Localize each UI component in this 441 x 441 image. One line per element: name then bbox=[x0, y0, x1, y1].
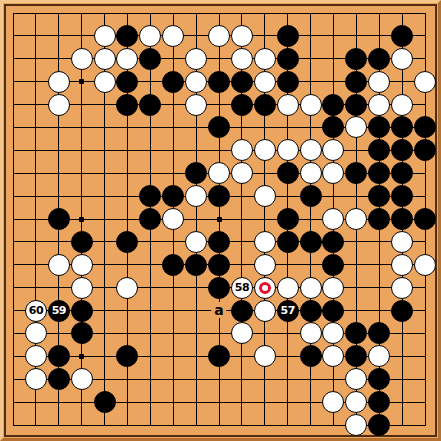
stone-white bbox=[254, 71, 276, 93]
stone-white: 58 bbox=[231, 277, 253, 299]
stone-black bbox=[368, 139, 390, 161]
stone-white bbox=[391, 277, 413, 299]
grid-line-v bbox=[219, 13, 220, 426]
stone-black bbox=[162, 185, 184, 207]
grid-line-h bbox=[13, 81, 426, 82]
stone-white bbox=[345, 391, 367, 413]
stone-white bbox=[391, 94, 413, 116]
grid-line-h bbox=[13, 104, 426, 105]
stone-white bbox=[94, 25, 116, 47]
grid-line-v bbox=[264, 13, 265, 426]
stone-white bbox=[322, 208, 344, 230]
stone-white bbox=[391, 231, 413, 253]
stone-black bbox=[368, 48, 390, 70]
stone-black bbox=[208, 345, 230, 367]
stone-black bbox=[345, 322, 367, 344]
stone-white bbox=[231, 139, 253, 161]
stone-white bbox=[162, 208, 184, 230]
stone-white bbox=[48, 94, 70, 116]
stone-black bbox=[368, 322, 390, 344]
stone-white bbox=[94, 48, 116, 70]
grid-line-v bbox=[13, 13, 14, 426]
move-number-label: 59 bbox=[52, 305, 66, 316]
stone-black bbox=[322, 254, 344, 276]
stone-white bbox=[345, 116, 367, 138]
stone-black bbox=[277, 162, 299, 184]
stone-white bbox=[71, 368, 93, 390]
stone-black bbox=[231, 300, 253, 322]
stone-black bbox=[391, 185, 413, 207]
stone-white bbox=[277, 94, 299, 116]
stone-white bbox=[162, 25, 184, 47]
stone-white bbox=[25, 322, 47, 344]
stone-white bbox=[300, 162, 322, 184]
grid-line-h bbox=[13, 287, 426, 288]
stone-black bbox=[345, 71, 367, 93]
star-point bbox=[354, 354, 359, 359]
stone-black bbox=[208, 231, 230, 253]
stone-white bbox=[300, 277, 322, 299]
stone-black bbox=[162, 254, 184, 276]
stone-black bbox=[345, 94, 367, 116]
stone-black bbox=[208, 185, 230, 207]
star-point bbox=[79, 217, 84, 222]
grid-line-v bbox=[425, 13, 426, 426]
stone-black bbox=[162, 71, 184, 93]
grid-line-v bbox=[241, 13, 242, 426]
grid-line-h bbox=[13, 264, 426, 265]
stone-black bbox=[277, 231, 299, 253]
stone-white bbox=[322, 277, 344, 299]
stone-black bbox=[116, 71, 138, 93]
grid-line-v bbox=[35, 13, 36, 426]
stone-white bbox=[116, 48, 138, 70]
stone-black bbox=[231, 94, 253, 116]
stone-black bbox=[277, 48, 299, 70]
stone-black bbox=[300, 231, 322, 253]
star-point bbox=[217, 354, 222, 359]
stone-black bbox=[139, 48, 161, 70]
grid-line-v bbox=[379, 13, 380, 426]
stone-white bbox=[185, 94, 207, 116]
stone-black bbox=[300, 345, 322, 367]
stone-black bbox=[414, 208, 436, 230]
stone-black bbox=[71, 322, 93, 344]
stone-black bbox=[368, 116, 390, 138]
grid-line-v bbox=[150, 13, 151, 426]
move-number-label: 58 bbox=[235, 282, 249, 293]
stone-white bbox=[208, 25, 230, 47]
star-point bbox=[79, 79, 84, 84]
grid-line-v bbox=[58, 13, 59, 426]
star-point bbox=[79, 354, 84, 359]
stone-black bbox=[391, 208, 413, 230]
grid-line-v bbox=[127, 13, 128, 426]
stone-white bbox=[368, 345, 390, 367]
stone-black bbox=[48, 368, 70, 390]
stone-white bbox=[254, 48, 276, 70]
stone-white bbox=[254, 345, 276, 367]
stone-white bbox=[208, 162, 230, 184]
stone-black bbox=[48, 345, 70, 367]
stone-black bbox=[231, 71, 253, 93]
stone-white bbox=[231, 322, 253, 344]
stone-white bbox=[254, 139, 276, 161]
board-frame-bevel bbox=[0, 0, 441, 441]
grid-line-h bbox=[13, 150, 426, 151]
stone-black bbox=[322, 94, 344, 116]
stone-black bbox=[368, 368, 390, 390]
grid-line-h bbox=[13, 356, 426, 357]
stone-black bbox=[368, 185, 390, 207]
stone-white bbox=[300, 322, 322, 344]
grid-line-v bbox=[104, 13, 105, 426]
grid-line-h bbox=[13, 58, 426, 59]
stone-black bbox=[116, 345, 138, 367]
stone-black bbox=[94, 391, 116, 413]
stone-white bbox=[322, 322, 344, 344]
stone-black bbox=[391, 162, 413, 184]
grid-line-h bbox=[13, 13, 426, 14]
grid-line-v bbox=[173, 13, 174, 426]
stone-white bbox=[185, 71, 207, 93]
stone-black bbox=[322, 231, 344, 253]
stone-white bbox=[71, 277, 93, 299]
point-label-a: a bbox=[211, 302, 226, 318]
stone-black bbox=[208, 71, 230, 93]
stone-white bbox=[391, 254, 413, 276]
stone-white bbox=[231, 48, 253, 70]
go-board-diagram: 58605957a bbox=[0, 0, 441, 441]
stone-black: 59 bbox=[48, 300, 70, 322]
grid-line-h bbox=[13, 379, 426, 380]
star-point bbox=[354, 217, 359, 222]
stone-white bbox=[231, 25, 253, 47]
stone-white bbox=[277, 139, 299, 161]
stone-white bbox=[254, 300, 276, 322]
stone-black bbox=[368, 391, 390, 413]
grid-line-v bbox=[196, 13, 197, 426]
stone-white: 60 bbox=[25, 300, 47, 322]
stone-black bbox=[139, 185, 161, 207]
stone-black bbox=[208, 116, 230, 138]
stone-black bbox=[48, 208, 70, 230]
stone-white bbox=[71, 254, 93, 276]
stone-black bbox=[116, 25, 138, 47]
stone-black bbox=[345, 162, 367, 184]
grid-line-h bbox=[13, 333, 426, 334]
stone-black bbox=[391, 300, 413, 322]
grid-line-h bbox=[13, 173, 426, 174]
stone-white bbox=[345, 414, 367, 436]
stone-black: 57 bbox=[277, 300, 299, 322]
stone-white bbox=[254, 185, 276, 207]
stone-white bbox=[185, 231, 207, 253]
grid-line-h bbox=[13, 310, 426, 311]
stone-black bbox=[345, 48, 367, 70]
move-number-label: 57 bbox=[281, 305, 295, 316]
move-number-label: 60 bbox=[29, 305, 43, 316]
grid-line-v bbox=[81, 13, 82, 426]
stone-black bbox=[116, 231, 138, 253]
stone-black bbox=[345, 345, 367, 367]
stone-black bbox=[368, 208, 390, 230]
stone-black bbox=[71, 231, 93, 253]
star-point bbox=[354, 79, 359, 84]
board-frame-line bbox=[4, 4, 437, 437]
star-point bbox=[217, 217, 222, 222]
last-move-circle-marker bbox=[259, 282, 271, 294]
grid-line-h bbox=[13, 219, 426, 220]
stone-white bbox=[254, 277, 276, 299]
grid-line-v bbox=[287, 13, 288, 426]
grid-line-h bbox=[13, 35, 426, 36]
stone-white bbox=[94, 71, 116, 93]
stone-white bbox=[25, 368, 47, 390]
stone-white bbox=[185, 185, 207, 207]
grid-line-h bbox=[13, 127, 426, 128]
stone-black bbox=[277, 25, 299, 47]
stone-black bbox=[208, 277, 230, 299]
stone-white bbox=[300, 94, 322, 116]
stone-white bbox=[25, 345, 47, 367]
stone-white bbox=[116, 277, 138, 299]
stone-black bbox=[414, 116, 436, 138]
stone-white bbox=[48, 71, 70, 93]
grid-line-h bbox=[13, 425, 426, 426]
stone-black bbox=[300, 185, 322, 207]
stone-white bbox=[300, 139, 322, 161]
stone-black bbox=[277, 71, 299, 93]
stone-white bbox=[368, 71, 390, 93]
grid-line-h bbox=[13, 196, 426, 197]
stone-black bbox=[208, 254, 230, 276]
stone-black bbox=[116, 94, 138, 116]
stone-white bbox=[48, 254, 70, 276]
stone-white bbox=[185, 48, 207, 70]
stone-white bbox=[231, 162, 253, 184]
stone-white bbox=[322, 139, 344, 161]
stone-black bbox=[322, 116, 344, 138]
grid-line-h bbox=[13, 402, 426, 403]
stone-white bbox=[345, 368, 367, 390]
stone-black bbox=[300, 300, 322, 322]
stone-white bbox=[414, 71, 436, 93]
stone-black bbox=[71, 300, 93, 322]
stone-white bbox=[322, 162, 344, 184]
grid-line-v bbox=[333, 13, 334, 426]
stone-black bbox=[185, 162, 207, 184]
stone-white bbox=[71, 48, 93, 70]
stone-black bbox=[391, 116, 413, 138]
stone-white bbox=[277, 277, 299, 299]
grid-line-h bbox=[13, 241, 426, 242]
stone-white bbox=[414, 254, 436, 276]
stone-black bbox=[391, 139, 413, 161]
stone-black bbox=[185, 254, 207, 276]
stone-white bbox=[322, 391, 344, 413]
stone-white bbox=[139, 25, 161, 47]
stone-black bbox=[368, 414, 390, 436]
stone-black bbox=[368, 162, 390, 184]
stone-white bbox=[345, 208, 367, 230]
stone-black bbox=[254, 94, 276, 116]
stone-white bbox=[391, 48, 413, 70]
grid-line-v bbox=[402, 13, 403, 426]
stone-black bbox=[139, 208, 161, 230]
stone-white bbox=[322, 345, 344, 367]
star-point bbox=[217, 79, 222, 84]
grid-line-v bbox=[356, 13, 357, 426]
stone-black bbox=[414, 139, 436, 161]
stone-white bbox=[368, 94, 390, 116]
grid-line-v bbox=[310, 13, 311, 426]
stone-white bbox=[254, 231, 276, 253]
stone-black bbox=[391, 25, 413, 47]
stone-black bbox=[322, 300, 344, 322]
stone-black bbox=[277, 208, 299, 230]
go-board[interactable]: 58605957a bbox=[0, 0, 441, 441]
stone-black bbox=[139, 94, 161, 116]
stone-white bbox=[254, 254, 276, 276]
